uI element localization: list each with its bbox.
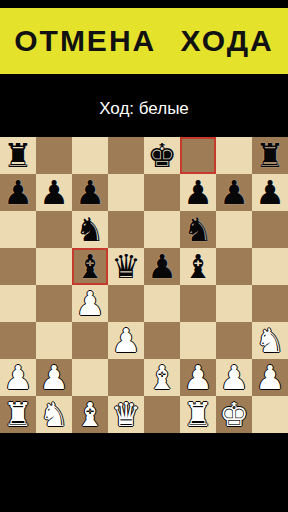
square-g6[interactable]	[216, 211, 252, 248]
white-pawn-piece: ♟	[39, 361, 69, 394]
square-e8[interactable]: ♚	[144, 137, 180, 174]
black-bishop-piece: ♝	[75, 250, 105, 283]
black-queen-piece: ♛	[111, 250, 141, 283]
square-e4[interactable]	[144, 285, 180, 322]
chess-board: ♜♚♜♟♟♟♟♟♟♞♞♝♛♟♝♟♟♞♟♟♝♟♟♟♜♞♝♛♜♚	[0, 137, 288, 433]
square-b2[interactable]: ♟	[36, 359, 72, 396]
square-a3[interactable]	[0, 322, 36, 359]
white-bishop-piece: ♝	[147, 361, 177, 394]
square-d6[interactable]	[108, 211, 144, 248]
square-c7[interactable]: ♟	[72, 174, 108, 211]
square-d5[interactable]: ♛	[108, 248, 144, 285]
undo-move-button[interactable]: ОТМЕНА ХОДА	[0, 8, 288, 74]
square-c4[interactable]: ♟	[72, 285, 108, 322]
square-h7[interactable]: ♟	[252, 174, 288, 211]
black-knight-piece: ♞	[75, 213, 105, 246]
square-a8[interactable]: ♜	[0, 137, 36, 174]
square-f4[interactable]	[180, 285, 216, 322]
square-b5[interactable]	[36, 248, 72, 285]
square-f6[interactable]: ♞	[180, 211, 216, 248]
square-d3[interactable]: ♟	[108, 322, 144, 359]
square-h3[interactable]: ♞	[252, 322, 288, 359]
square-g4[interactable]	[216, 285, 252, 322]
square-d8[interactable]	[108, 137, 144, 174]
white-pawn-piece: ♟	[3, 361, 33, 394]
square-e7[interactable]	[144, 174, 180, 211]
square-d4[interactable]	[108, 285, 144, 322]
square-h2[interactable]: ♟	[252, 359, 288, 396]
black-pawn-piece: ♟	[147, 250, 177, 283]
square-a2[interactable]: ♟	[0, 359, 36, 396]
white-queen-piece: ♛	[111, 398, 141, 431]
white-pawn-piece: ♟	[255, 361, 285, 394]
square-c1[interactable]: ♝	[72, 396, 108, 433]
square-d1[interactable]: ♛	[108, 396, 144, 433]
white-pawn-piece: ♟	[75, 287, 105, 320]
black-knight-piece: ♞	[183, 213, 213, 246]
white-knight-piece: ♞	[39, 398, 69, 431]
square-a1[interactable]: ♜	[0, 396, 36, 433]
square-c6[interactable]: ♞	[72, 211, 108, 248]
square-g7[interactable]: ♟	[216, 174, 252, 211]
square-g1[interactable]: ♚	[216, 396, 252, 433]
black-pawn-piece: ♟	[39, 176, 69, 209]
square-c3[interactable]	[72, 322, 108, 359]
square-e1[interactable]	[144, 396, 180, 433]
white-king-piece: ♚	[219, 398, 249, 431]
app-screen: ОТМЕНА ХОДА Ход: белые ♜♚♜♟♟♟♟♟♟♞♞♝♛♟♝♟♟…	[0, 0, 288, 512]
square-a7[interactable]: ♟	[0, 174, 36, 211]
square-f1[interactable]: ♜	[180, 396, 216, 433]
square-g3[interactable]	[216, 322, 252, 359]
white-pawn-piece: ♟	[111, 324, 141, 357]
black-rook-piece: ♜	[255, 139, 285, 172]
square-h1[interactable]	[252, 396, 288, 433]
white-rook-piece: ♜	[183, 398, 213, 431]
white-bishop-piece: ♝	[75, 398, 105, 431]
black-bishop-piece: ♝	[183, 250, 213, 283]
square-b1[interactable]: ♞	[36, 396, 72, 433]
black-pawn-piece: ♟	[75, 176, 105, 209]
black-pawn-piece: ♟	[183, 176, 213, 209]
square-h8[interactable]: ♜	[252, 137, 288, 174]
square-e5[interactable]: ♟	[144, 248, 180, 285]
square-b3[interactable]	[36, 322, 72, 359]
square-d2[interactable]	[108, 359, 144, 396]
black-pawn-piece: ♟	[219, 176, 249, 209]
square-c8[interactable]	[72, 137, 108, 174]
black-pawn-piece: ♟	[3, 176, 33, 209]
square-a4[interactable]	[0, 285, 36, 322]
turn-status-text: Ход: белые	[0, 99, 288, 119]
square-f8[interactable]	[180, 137, 216, 174]
square-d7[interactable]	[108, 174, 144, 211]
square-f7[interactable]: ♟	[180, 174, 216, 211]
black-pawn-piece: ♟	[255, 176, 285, 209]
white-knight-piece: ♞	[255, 324, 285, 357]
square-f5[interactable]: ♝	[180, 248, 216, 285]
square-g5[interactable]	[216, 248, 252, 285]
square-h4[interactable]	[252, 285, 288, 322]
square-g2[interactable]: ♟	[216, 359, 252, 396]
square-h6[interactable]	[252, 211, 288, 248]
black-rook-piece: ♜	[3, 139, 33, 172]
square-a5[interactable]	[0, 248, 36, 285]
square-e6[interactable]	[144, 211, 180, 248]
square-b4[interactable]	[36, 285, 72, 322]
square-b8[interactable]	[36, 137, 72, 174]
square-g8[interactable]	[216, 137, 252, 174]
square-b6[interactable]	[36, 211, 72, 248]
square-f3[interactable]	[180, 322, 216, 359]
square-c2[interactable]	[72, 359, 108, 396]
square-e3[interactable]	[144, 322, 180, 359]
white-pawn-piece: ♟	[183, 361, 213, 394]
square-c5[interactable]: ♝	[72, 248, 108, 285]
white-pawn-piece: ♟	[219, 361, 249, 394]
square-b7[interactable]: ♟	[36, 174, 72, 211]
square-e2[interactable]: ♝	[144, 359, 180, 396]
square-h5[interactable]	[252, 248, 288, 285]
black-king-piece: ♚	[147, 139, 177, 172]
square-a6[interactable]	[0, 211, 36, 248]
white-rook-piece: ♜	[3, 398, 33, 431]
square-f2[interactable]: ♟	[180, 359, 216, 396]
